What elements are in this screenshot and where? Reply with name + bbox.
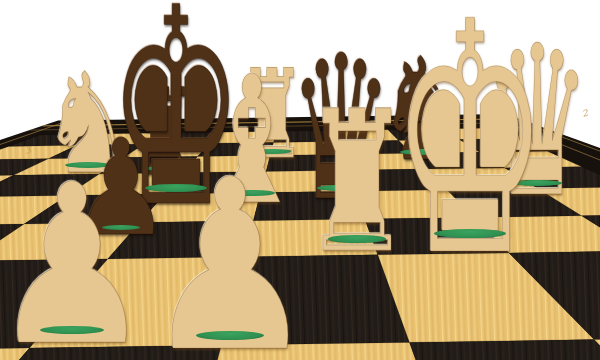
white-pawn-a-felt — [40, 326, 104, 334]
white-king-glyph: ♚ — [391, 0, 549, 300]
chess-photo-scene: 352 ♜♞♞♜♛♛♚♝♟♚♜♟♟ — [0, 0, 600, 360]
white-pawn-b-felt — [196, 331, 265, 340]
white-king-felt — [434, 229, 506, 238]
white-rook-b-felt — [328, 235, 387, 243]
white-pawn-b-glyph: ♟ — [143, 149, 316, 360]
pieces-layer: ♜♞♞♜♛♛♚♝♟♚♜♟♟ — [0, 0, 600, 360]
white-rook-b-glyph: ♜ — [303, 85, 411, 280]
